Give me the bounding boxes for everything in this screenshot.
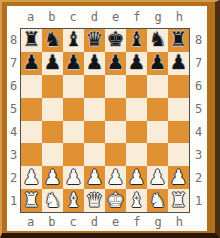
piece-white-pawn[interactable]: ♟ [128, 167, 146, 187]
file-labels-top: abcdefgh [20, 6, 190, 28]
square-a6[interactable] [21, 75, 42, 98]
rank-labels-right: 87654321 [190, 28, 207, 213]
piece-black-rook[interactable]: ♜ [170, 29, 188, 49]
piece-white-pawn[interactable]: ♟ [23, 167, 41, 187]
piece-white-queen[interactable]: ♛ [86, 190, 104, 210]
square-c7[interactable]: ♟ [63, 52, 84, 75]
piece-white-knight[interactable]: ♞ [44, 190, 62, 210]
square-b1[interactable]: ♞ [42, 189, 63, 212]
square-c8[interactable]: ♝ [63, 29, 84, 52]
coord-label-d-top: d [84, 6, 105, 28]
piece-white-rook[interactable]: ♜ [170, 190, 188, 210]
square-a7[interactable]: ♟ [21, 52, 42, 75]
piece-black-knight[interactable]: ♞ [149, 29, 167, 49]
square-d5[interactable] [84, 98, 105, 121]
square-d2[interactable]: ♟ [84, 166, 105, 189]
square-d1[interactable]: ♛ [84, 189, 105, 212]
piece-white-pawn[interactable]: ♟ [44, 167, 62, 187]
piece-white-pawn[interactable]: ♟ [65, 167, 83, 187]
piece-white-pawn[interactable]: ♟ [149, 167, 167, 187]
square-b3[interactable] [42, 143, 63, 166]
piece-white-pawn[interactable]: ♟ [170, 167, 188, 187]
square-c2[interactable]: ♟ [63, 166, 84, 189]
square-a3[interactable] [21, 143, 42, 166]
piece-white-bishop[interactable]: ♝ [128, 190, 146, 210]
square-g4[interactable] [147, 121, 168, 144]
coord-label-3-left: 3 [7, 144, 20, 167]
coord-label-6-right: 6 [190, 74, 207, 97]
square-h2[interactable]: ♟ [168, 166, 189, 189]
square-f2[interactable]: ♟ [126, 166, 147, 189]
square-e5[interactable] [105, 98, 126, 121]
piece-black-pawn[interactable]: ♟ [65, 52, 83, 72]
square-a1[interactable]: ♜ [21, 189, 42, 212]
square-f3[interactable] [126, 143, 147, 166]
square-d4[interactable] [84, 121, 105, 144]
piece-white-knight[interactable]: ♞ [149, 190, 167, 210]
square-e7[interactable]: ♟ [105, 52, 126, 75]
square-a5[interactable] [21, 98, 42, 121]
coord-label-5-right: 5 [190, 97, 207, 120]
coord-label-6-left: 6 [7, 74, 20, 97]
piece-black-pawn[interactable]: ♟ [149, 52, 167, 72]
square-h8[interactable]: ♜ [168, 29, 189, 52]
square-c6[interactable] [63, 75, 84, 98]
piece-black-queen[interactable]: ♛ [86, 29, 104, 49]
square-f5[interactable] [126, 98, 147, 121]
coord-label-e-bottom: e [105, 213, 126, 231]
piece-white-rook[interactable]: ♜ [23, 190, 41, 210]
square-c1[interactable]: ♝ [63, 189, 84, 212]
square-h3[interactable] [168, 143, 189, 166]
square-d8[interactable]: ♛ [84, 29, 105, 52]
square-a8[interactable]: ♜ [21, 29, 42, 52]
piece-black-pawn[interactable]: ♟ [86, 52, 104, 72]
piece-black-pawn[interactable]: ♟ [44, 52, 62, 72]
file-labels-bottom: abcdefgh [20, 213, 190, 231]
piece-black-pawn[interactable]: ♟ [107, 52, 125, 72]
coord-label-8-left: 8 [7, 28, 20, 51]
square-d3[interactable] [84, 143, 105, 166]
coord-label-2-left: 2 [7, 167, 20, 190]
coord-label-5-left: 5 [7, 97, 20, 120]
square-e8[interactable]: ♚ [105, 29, 126, 52]
square-f4[interactable] [126, 121, 147, 144]
coord-label-e-top: e [105, 6, 126, 28]
square-b8[interactable]: ♞ [42, 29, 63, 52]
coord-label-g-top: g [148, 6, 169, 28]
coord-label-3-right: 3 [190, 144, 207, 167]
piece-black-pawn[interactable]: ♟ [23, 52, 41, 72]
coord-label-h-top: h [169, 6, 190, 28]
square-b5[interactable] [42, 98, 63, 121]
coord-label-f-top: f [126, 6, 147, 28]
piece-white-bishop[interactable]: ♝ [65, 190, 83, 210]
square-g2[interactable]: ♟ [147, 166, 168, 189]
square-a4[interactable] [21, 121, 42, 144]
square-h5[interactable] [168, 98, 189, 121]
square-h1[interactable]: ♜ [168, 189, 189, 212]
square-b6[interactable] [42, 75, 63, 98]
coord-label-g-bottom: g [148, 213, 169, 231]
piece-black-pawn[interactable]: ♟ [170, 52, 188, 72]
rank-labels-left: 87654321 [7, 28, 20, 213]
coord-label-d-bottom: d [84, 213, 105, 231]
coord-label-a-bottom: a [20, 213, 41, 231]
square-b2[interactable]: ♟ [42, 166, 63, 189]
square-g1[interactable]: ♞ [147, 189, 168, 212]
coord-label-b-top: b [41, 6, 62, 28]
coord-label-1-left: 1 [7, 190, 20, 213]
coord-label-h-bottom: h [169, 213, 190, 231]
coordinate-margin: abcdefgh 87654321 87654321 abcdefgh ♜♞♝♛… [7, 6, 207, 231]
coord-label-a-top: a [20, 6, 41, 28]
square-f8[interactable]: ♝ [126, 29, 147, 52]
square-a2[interactable]: ♟ [21, 166, 42, 189]
square-g3[interactable] [147, 143, 168, 166]
piece-white-pawn[interactable]: ♟ [86, 167, 104, 187]
square-g7[interactable]: ♟ [147, 52, 168, 75]
square-c5[interactable] [63, 98, 84, 121]
square-d6[interactable] [84, 75, 105, 98]
square-d7[interactable]: ♟ [84, 52, 105, 75]
coord-label-8-right: 8 [190, 28, 207, 51]
square-e1[interactable]: ♚ [105, 189, 126, 212]
piece-black-knight[interactable]: ♞ [44, 29, 62, 49]
square-g6[interactable] [147, 75, 168, 98]
coord-label-7-right: 7 [190, 51, 207, 74]
square-c3[interactable] [63, 143, 84, 166]
square-g5[interactable] [147, 98, 168, 121]
square-b7[interactable]: ♟ [42, 52, 63, 75]
piece-white-king[interactable]: ♚ [107, 190, 125, 210]
square-b4[interactable] [42, 121, 63, 144]
piece-black-bishop[interactable]: ♝ [128, 29, 146, 49]
coord-label-4-left: 4 [7, 121, 20, 144]
square-f1[interactable]: ♝ [126, 189, 147, 212]
square-e3[interactable] [105, 143, 126, 166]
square-e2[interactable]: ♟ [105, 166, 126, 189]
square-g8[interactable]: ♞ [147, 29, 168, 52]
square-h4[interactable] [168, 121, 189, 144]
chess-board: ♜♞♝♛♚♝♞♜♟♟♟♟♟♟♟♟♟♟♟♟♟♟♟♟♜♞♝♛♚♝♞♜ [20, 28, 190, 213]
coord-label-7-left: 7 [7, 51, 20, 74]
piece-white-pawn[interactable]: ♟ [107, 167, 125, 187]
square-e6[interactable] [105, 75, 126, 98]
coord-label-2-right: 2 [190, 167, 207, 190]
coord-label-4-right: 4 [190, 121, 207, 144]
square-e4[interactable] [105, 121, 126, 144]
coord-label-c-bottom: c [63, 213, 84, 231]
coord-label-f-bottom: f [126, 213, 147, 231]
coord-label-b-bottom: b [41, 213, 62, 231]
piece-black-pawn[interactable]: ♟ [128, 52, 146, 72]
chess-board-frame: abcdefgh 87654321 87654321 abcdefgh ♜♞♝♛… [0, 0, 220, 238]
square-f6[interactable] [126, 75, 147, 98]
coord-label-c-top: c [63, 6, 84, 28]
square-f7[interactable]: ♟ [126, 52, 147, 75]
piece-black-king[interactable]: ♚ [107, 29, 125, 49]
piece-black-bishop[interactable]: ♝ [65, 29, 83, 49]
coord-label-1-right: 1 [190, 190, 207, 213]
square-h6[interactable] [168, 75, 189, 98]
piece-black-rook[interactable]: ♜ [23, 29, 41, 49]
square-c4[interactable] [63, 121, 84, 144]
square-h7[interactable]: ♟ [168, 52, 189, 75]
